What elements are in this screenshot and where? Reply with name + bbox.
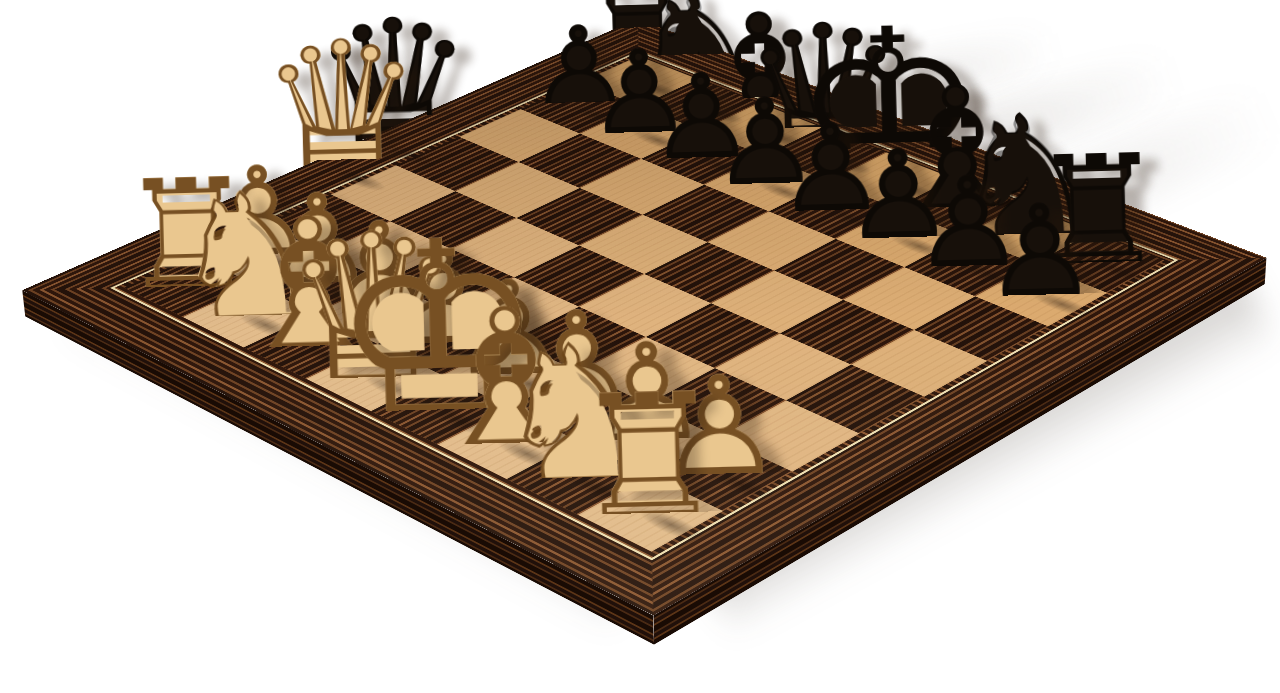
scene: ♜♖♞♘♟♙♝♗♟♙♛♕♛♕♟♙♛♕♚♔♟♙♝♗♟♙♞♘♟♙♟♙♜♖♟♙♟♙♜♖… bbox=[0, 0, 1280, 693]
chess-board: ♜♖♞♘♟♙♝♗♟♙♛♕♛♕♟♙♛♕♚♔♟♙♝♗♟♙♞♘♟♙♟♙♜♖♟♙♟♙♜♖… bbox=[22, 19, 1266, 616]
board-wrap: ♜♖♞♘♟♙♝♗♟♙♛♕♛♕♟♙♛♕♚♔♟♙♝♗♟♙♞♘♟♙♟♙♜♖♟♙♟♙♜♖… bbox=[0, 0, 1280, 693]
pieces-layer: ♜♖♞♘♟♙♝♗♟♙♛♕♛♕♟♙♛♕♚♔♟♙♝♗♟♙♞♘♟♙♟♙♜♖♟♙♟♙♜♖… bbox=[22, 19, 1266, 616]
